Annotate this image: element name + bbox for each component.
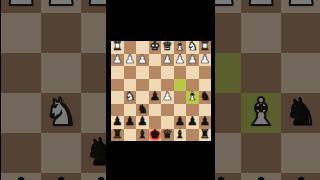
- bg-piece-white-pawn-a2: ♟: [284, 0, 318, 11]
- square-a2[interactable]: ♟: [199, 54, 212, 67]
- bg-piece-white-bishop-b5: ♝: [244, 93, 278, 131]
- bg-square-g2: ♟: [41, 0, 81, 13]
- bg-square-a5: ♞: [281, 93, 320, 133]
- square-g7[interactable]: ♟: [124, 116, 137, 129]
- bg-piece-white-knight-g5: ♞: [44, 93, 78, 131]
- square-d8[interactable]: ♛: [161, 129, 174, 142]
- square-b5[interactable]: ♝: [186, 91, 199, 104]
- bg-piece-white-pawn-g2: ♟: [44, 0, 78, 11]
- bg-piece-white-pawn-h2: ♟: [4, 0, 38, 11]
- bg-square-h3: [1, 13, 41, 53]
- bg-square-a6: [281, 133, 320, 173]
- square-h8[interactable]: ♜: [111, 129, 124, 142]
- piece-black-rook-a8[interactable]: ♜: [199, 129, 210, 141]
- square-c3[interactable]: [174, 66, 187, 79]
- square-f4[interactable]: [136, 79, 149, 92]
- piece-black-pawn-b7[interactable]: ♟: [187, 116, 198, 128]
- piece-white-pawn-d2[interactable]: ♟: [162, 54, 173, 66]
- square-e3[interactable]: [149, 66, 162, 79]
- square-e1[interactable]: ♚: [149, 41, 162, 54]
- square-a5[interactable]: ♞: [199, 91, 212, 104]
- bg-square-h4: [1, 53, 41, 93]
- bg-square-b3: [241, 13, 281, 53]
- piece-white-pawn-b2[interactable]: ♟: [187, 54, 198, 66]
- square-c2[interactable]: ♟: [174, 54, 187, 67]
- square-b7[interactable]: ♟: [186, 116, 199, 129]
- square-b8[interactable]: [186, 129, 199, 142]
- square-c5[interactable]: [174, 91, 187, 104]
- bg-square-a2: ♟: [281, 0, 320, 13]
- piece-black-pawn-e5[interactable]: ♟: [149, 91, 160, 103]
- bg-square-a4: [281, 53, 320, 93]
- square-e8[interactable]: ♚: [149, 129, 162, 142]
- bg-piece-black-pawn-a7: ♟: [284, 173, 318, 180]
- piece-black-bishop-f8[interactable]: ♝: [137, 129, 148, 141]
- piece-black-queen-d8[interactable]: ♛: [162, 129, 173, 141]
- bg-square-g6: [41, 133, 81, 173]
- square-h5[interactable]: [111, 91, 124, 104]
- piece-white-pawn-f2[interactable]: ♟: [137, 54, 148, 66]
- chess-board[interactable]: ♜♚♛♝♞♜♟♟♟♟♟♟♟♞♟♟♝♞♞♟♟♟♟♟♟♜♝♚♛♝♜: [111, 41, 211, 141]
- bg-square-b5: ♝: [241, 93, 281, 133]
- square-g2[interactable]: ♟: [124, 54, 137, 67]
- square-d3[interactable]: [161, 66, 174, 79]
- center-letterbox-strip: ♜♚♛♝♞♜♟♟♟♟♟♟♟♞♟♟♝♞♞♟♟♟♟♟♟♜♝♚♛♝♜: [106, 0, 215, 180]
- bg-square-g5: ♞: [41, 93, 81, 133]
- bg-square-h7: ♟: [1, 173, 41, 180]
- piece-black-rook-h8[interactable]: ♜: [112, 129, 123, 141]
- bg-square-b4: [241, 53, 281, 93]
- piece-white-pawn-c2[interactable]: ♟: [174, 54, 185, 66]
- square-g3[interactable]: [124, 66, 137, 79]
- bg-piece-black-knight-a5: ♞: [284, 93, 318, 131]
- square-d5[interactable]: ♟: [161, 91, 174, 104]
- square-a3[interactable]: [199, 66, 212, 79]
- square-h4[interactable]: [111, 79, 124, 92]
- square-b2[interactable]: ♟: [186, 54, 199, 67]
- piece-black-pawn-g7[interactable]: ♟: [124, 116, 135, 128]
- bg-square-g4: [41, 53, 81, 93]
- bg-square-b2: ♟: [241, 0, 281, 13]
- piece-white-king-e1[interactable]: ♚: [149, 41, 160, 53]
- piece-black-knight-a5[interactable]: ♞: [199, 91, 210, 103]
- square-g8[interactable]: [124, 129, 137, 142]
- bg-square-a3: [281, 13, 320, 53]
- piece-white-pawn-a2[interactable]: ♟: [199, 54, 210, 66]
- bg-piece-black-pawn-b7: ♟: [244, 173, 278, 180]
- square-f8[interactable]: ♝: [136, 129, 149, 142]
- piece-white-pawn-g2[interactable]: ♟: [124, 54, 135, 66]
- square-h3[interactable]: [111, 66, 124, 79]
- bg-square-b6: [241, 133, 281, 173]
- bg-square-h6: [1, 133, 41, 173]
- bg-square-b7: ♟: [241, 173, 281, 180]
- piece-black-bishop-c8[interactable]: ♝: [174, 129, 185, 141]
- piece-white-bishop-b5[interactable]: ♝: [187, 91, 198, 103]
- square-e2[interactable]: [149, 54, 162, 67]
- piece-black-king-e8[interactable]: ♚: [149, 129, 160, 141]
- bg-square-h2: ♟: [1, 0, 41, 13]
- square-e5[interactable]: ♟: [149, 91, 162, 104]
- square-a8[interactable]: ♜: [199, 129, 212, 142]
- bg-square-g7: ♟: [41, 173, 81, 180]
- bg-piece-black-pawn-g7: ♟: [44, 173, 78, 180]
- square-f2[interactable]: ♟: [136, 54, 149, 67]
- square-e6[interactable]: [149, 104, 162, 117]
- square-g5[interactable]: ♞: [124, 91, 137, 104]
- square-c8[interactable]: ♝: [174, 129, 187, 142]
- square-f3[interactable]: [136, 66, 149, 79]
- square-b3[interactable]: [186, 66, 199, 79]
- bg-square-h5: [1, 93, 41, 133]
- square-h2[interactable]: ♟: [111, 54, 124, 67]
- square-c4[interactable]: [174, 79, 187, 92]
- bg-square-g3: [41, 13, 81, 53]
- piece-white-pawn-h2[interactable]: ♟: [112, 54, 123, 66]
- square-d2[interactable]: ♟: [161, 54, 174, 67]
- bg-piece-white-pawn-b2: ♟: [244, 0, 278, 11]
- piece-white-knight-g5[interactable]: ♞: [124, 91, 135, 103]
- piece-white-pawn-d5[interactable]: ♟: [162, 91, 173, 103]
- bg-piece-black-pawn-h7: ♟: [4, 173, 38, 180]
- video-frame: ♜♚♛♝♞♜♟♟♟♟♟♟♟♞♟♟♝♞♞♟♟♟♟♟♟♜♝♚♛♝♜ ♜♚♛♝♞♜♟♟…: [0, 0, 320, 180]
- bg-square-a7: ♟: [281, 173, 320, 180]
- square-d6[interactable]: [161, 104, 174, 117]
